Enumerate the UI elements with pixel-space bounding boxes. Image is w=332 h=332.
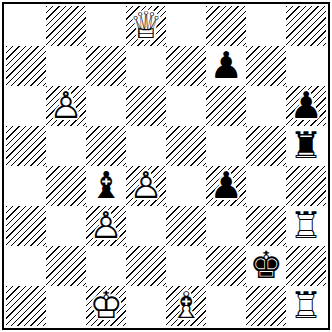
square-b1[interactable]: [46, 286, 86, 326]
square-c1[interactable]: ♚♔: [86, 286, 126, 326]
square-d2[interactable]: [126, 246, 166, 286]
square-e6[interactable]: [166, 86, 206, 126]
square-f2[interactable]: [206, 246, 246, 286]
square-b4[interactable]: [46, 166, 86, 206]
square-h4[interactable]: [286, 166, 326, 206]
square-f1[interactable]: [206, 286, 246, 326]
square-b3[interactable]: [46, 206, 86, 246]
piece-white-rook-h1[interactable]: ♜♖: [286, 286, 326, 326]
piece-face: ♙: [86, 206, 126, 246]
square-f5[interactable]: [206, 126, 246, 166]
piece-black-pawn-f4[interactable]: ♟♟: [206, 166, 246, 206]
piece-face: ♜: [286, 126, 326, 166]
square-c2[interactable]: [86, 246, 126, 286]
square-b2[interactable]: [46, 246, 86, 286]
piece-face: ♟: [206, 46, 246, 86]
piece-black-king-g2[interactable]: ♚♚: [246, 246, 286, 286]
square-f4[interactable]: ♟♟: [206, 166, 246, 206]
square-a5[interactable]: [6, 126, 46, 166]
piece-white-bishop-e1[interactable]: ♝♗: [166, 286, 206, 326]
chess-board: ♛♕♟♟♟♙♟♟♜♜♝♝♟♙♟♟♟♙♜♖♚♚♚♔♝♗♜♖: [6, 6, 326, 326]
square-d7[interactable]: [126, 46, 166, 86]
piece-face: ♚: [246, 246, 286, 286]
piece-face: ♟: [206, 166, 246, 206]
square-e4[interactable]: [166, 166, 206, 206]
square-e1[interactable]: ♝♗: [166, 286, 206, 326]
piece-face: ♔: [86, 286, 126, 326]
piece-black-rook-h5[interactable]: ♜♜: [286, 126, 326, 166]
square-f8[interactable]: [206, 6, 246, 46]
square-g4[interactable]: [246, 166, 286, 206]
square-f3[interactable]: [206, 206, 246, 246]
piece-white-pawn-b6[interactable]: ♟♙: [46, 86, 86, 126]
piece-black-pawn-f7[interactable]: ♟♟: [206, 46, 246, 86]
square-a3[interactable]: [6, 206, 46, 246]
square-e7[interactable]: [166, 46, 206, 86]
piece-white-rook-h3[interactable]: ♜♖: [286, 206, 326, 246]
square-c5[interactable]: [86, 126, 126, 166]
square-h8[interactable]: [286, 6, 326, 46]
square-g2[interactable]: ♚♚: [246, 246, 286, 286]
square-c3[interactable]: ♟♙: [86, 206, 126, 246]
square-h3[interactable]: ♜♖: [286, 206, 326, 246]
piece-white-king-c1[interactable]: ♚♔: [86, 286, 126, 326]
square-h5[interactable]: ♜♜: [286, 126, 326, 166]
chess-diagram: ♛♕♟♟♟♙♟♟♜♜♝♝♟♙♟♟♟♙♜♖♚♚♚♔♝♗♜♖: [0, 0, 332, 332]
square-c7[interactable]: [86, 46, 126, 86]
square-f6[interactable]: [206, 86, 246, 126]
square-d4[interactable]: ♟♙: [126, 166, 166, 206]
square-d6[interactable]: [126, 86, 166, 126]
square-e5[interactable]: [166, 126, 206, 166]
square-c6[interactable]: [86, 86, 126, 126]
square-e2[interactable]: [166, 246, 206, 286]
square-d3[interactable]: [126, 206, 166, 246]
square-b7[interactable]: [46, 46, 86, 86]
square-d5[interactable]: [126, 126, 166, 166]
square-h6[interactable]: ♟♟: [286, 86, 326, 126]
piece-face: ♝: [86, 166, 126, 206]
square-g3[interactable]: [246, 206, 286, 246]
square-e3[interactable]: [166, 206, 206, 246]
square-f7[interactable]: ♟♟: [206, 46, 246, 86]
square-e8[interactable]: [166, 6, 206, 46]
piece-face: ♗: [166, 286, 206, 326]
square-a2[interactable]: [6, 246, 46, 286]
square-c8[interactable]: [86, 6, 126, 46]
square-h7[interactable]: [286, 46, 326, 86]
square-d8[interactable]: ♛♕: [126, 6, 166, 46]
square-a8[interactable]: [6, 6, 46, 46]
piece-face: ♟: [286, 86, 326, 126]
piece-face: ♕: [126, 6, 166, 46]
piece-face: ♖: [286, 206, 326, 246]
square-g6[interactable]: [246, 86, 286, 126]
square-g5[interactable]: [246, 126, 286, 166]
square-b6[interactable]: ♟♙: [46, 86, 86, 126]
square-a6[interactable]: [6, 86, 46, 126]
square-h2[interactable]: [286, 246, 326, 286]
piece-face: ♖: [286, 286, 326, 326]
piece-white-pawn-d4[interactable]: ♟♙: [126, 166, 166, 206]
piece-face: ♙: [46, 86, 86, 126]
piece-white-queen-d8[interactable]: ♛♕: [126, 6, 166, 46]
square-a4[interactable]: [6, 166, 46, 206]
square-b5[interactable]: [46, 126, 86, 166]
square-c4[interactable]: ♝♝: [86, 166, 126, 206]
square-g8[interactable]: [246, 6, 286, 46]
piece-face: ♙: [126, 166, 166, 206]
piece-black-pawn-h6[interactable]: ♟♟: [286, 86, 326, 126]
square-b8[interactable]: [46, 6, 86, 46]
square-a1[interactable]: [6, 286, 46, 326]
square-d1[interactable]: [126, 286, 166, 326]
square-h1[interactable]: ♜♖: [286, 286, 326, 326]
square-a7[interactable]: [6, 46, 46, 86]
piece-black-bishop-c4[interactable]: ♝♝: [86, 166, 126, 206]
piece-white-pawn-c3[interactable]: ♟♙: [86, 206, 126, 246]
square-g1[interactable]: [246, 286, 286, 326]
square-g7[interactable]: [246, 46, 286, 86]
